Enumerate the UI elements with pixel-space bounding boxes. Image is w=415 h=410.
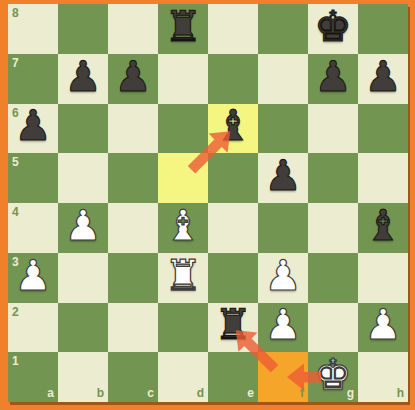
square-e7[interactable] <box>208 54 258 104</box>
square-a5[interactable]: 5 <box>8 153 58 203</box>
square-c2[interactable] <box>108 303 158 353</box>
square-g4[interactable] <box>308 203 358 253</box>
piece-white-bishop-d4[interactable]: ♝ <box>164 205 202 247</box>
piece-white-pawn-f2[interactable]: ♟ <box>264 304 302 346</box>
square-g6[interactable] <box>308 104 358 154</box>
coord-file-e: e <box>247 387 254 399</box>
square-c6[interactable] <box>108 104 158 154</box>
square-b5[interactable] <box>58 153 108 203</box>
square-a1[interactable]: 1a <box>8 352 58 402</box>
square-h7[interactable]: ♟ <box>358 54 408 104</box>
square-b2[interactable] <box>58 303 108 353</box>
chess-board: 8♜♚7♟♟♟♟6♟♝5♟4♟♝♝3♟♜♟2♜♟♟1abcdefg♚h <box>8 4 408 402</box>
square-c5[interactable] <box>108 153 158 203</box>
square-h2[interactable]: ♟ <box>358 303 408 353</box>
square-a2[interactable]: 2 <box>8 303 58 353</box>
coord-file-h: h <box>397 387 404 399</box>
piece-black-pawn-b7[interactable]: ♟ <box>64 56 102 98</box>
square-e1[interactable]: e <box>208 352 258 402</box>
square-f4[interactable] <box>258 203 308 253</box>
coord-rank-8: 8 <box>12 7 19 19</box>
square-b6[interactable] <box>58 104 108 154</box>
square-e8[interactable] <box>208 4 258 54</box>
square-h5[interactable] <box>358 153 408 203</box>
square-f3[interactable]: ♟ <box>258 253 308 303</box>
square-d3[interactable]: ♜ <box>158 253 208 303</box>
square-g5[interactable] <box>308 153 358 203</box>
square-e3[interactable] <box>208 253 258 303</box>
square-h1[interactable]: h <box>358 352 408 402</box>
square-a7[interactable]: 7 <box>8 54 58 104</box>
piece-black-pawn-h7[interactable]: ♟ <box>364 56 402 98</box>
piece-white-king-g1[interactable]: ♚ <box>314 354 352 396</box>
square-g2[interactable] <box>308 303 358 353</box>
square-d4[interactable]: ♝ <box>158 203 208 253</box>
coord-rank-4: 4 <box>12 206 19 218</box>
square-d5[interactable] <box>158 153 208 203</box>
square-f6[interactable] <box>258 104 308 154</box>
square-h6[interactable] <box>358 104 408 154</box>
square-a8[interactable]: 8 <box>8 4 58 54</box>
square-b1[interactable]: b <box>58 352 108 402</box>
square-e6[interactable]: ♝ <box>208 104 258 154</box>
coord-rank-2: 2 <box>12 306 19 318</box>
coord-file-d: d <box>197 387 204 399</box>
square-b7[interactable]: ♟ <box>58 54 108 104</box>
piece-white-pawn-h2[interactable]: ♟ <box>364 304 402 346</box>
square-c1[interactable]: c <box>108 352 158 402</box>
square-g8[interactable]: ♚ <box>308 4 358 54</box>
piece-black-rook-d8[interactable]: ♜ <box>164 6 202 48</box>
square-a3[interactable]: 3♟ <box>8 253 58 303</box>
piece-black-bishop-h4[interactable]: ♝ <box>364 205 402 247</box>
coord-file-a: a <box>47 387 54 399</box>
square-e5[interactable] <box>208 153 258 203</box>
square-d8[interactable]: ♜ <box>158 4 208 54</box>
square-f1[interactable]: f <box>258 352 308 402</box>
square-b3[interactable] <box>58 253 108 303</box>
square-f5[interactable]: ♟ <box>258 153 308 203</box>
piece-white-rook-d3[interactable]: ♜ <box>164 255 202 297</box>
piece-black-king-g8[interactable]: ♚ <box>314 6 352 48</box>
square-a6[interactable]: 6♟ <box>8 104 58 154</box>
square-b4[interactable]: ♟ <box>58 203 108 253</box>
coord-rank-5: 5 <box>12 156 19 168</box>
piece-black-pawn-a6[interactable]: ♟ <box>14 105 52 147</box>
square-h8[interactable] <box>358 4 408 54</box>
square-h4[interactable]: ♝ <box>358 203 408 253</box>
square-c8[interactable] <box>108 4 158 54</box>
coord-file-b: b <box>97 387 104 399</box>
square-b8[interactable] <box>58 4 108 54</box>
square-d7[interactable] <box>158 54 208 104</box>
piece-black-pawn-g7[interactable]: ♟ <box>314 56 352 98</box>
square-c3[interactable] <box>108 253 158 303</box>
square-e2[interactable]: ♜ <box>208 303 258 353</box>
square-g3[interactable] <box>308 253 358 303</box>
square-f8[interactable] <box>258 4 308 54</box>
board-frame: 8♜♚7♟♟♟♟6♟♝5♟4♟♝♝3♟♜♟2♜♟♟1abcdefg♚h <box>0 0 415 410</box>
square-f2[interactable]: ♟ <box>258 303 308 353</box>
piece-white-pawn-b4[interactable]: ♟ <box>64 205 102 247</box>
piece-black-pawn-c7[interactable]: ♟ <box>114 56 152 98</box>
piece-black-rook-e2[interactable]: ♜ <box>214 304 252 346</box>
piece-white-pawn-f3[interactable]: ♟ <box>264 255 302 297</box>
piece-black-pawn-f5[interactable]: ♟ <box>264 155 302 197</box>
square-h3[interactable] <box>358 253 408 303</box>
square-d2[interactable] <box>158 303 208 353</box>
square-g1[interactable]: g♚ <box>308 352 358 402</box>
coord-rank-7: 7 <box>12 57 19 69</box>
coord-rank-1: 1 <box>12 355 19 367</box>
square-c4[interactable] <box>108 203 158 253</box>
piece-black-bishop-e6[interactable]: ♝ <box>214 105 252 147</box>
square-d1[interactable]: d <box>158 352 208 402</box>
piece-white-pawn-a3[interactable]: ♟ <box>14 255 52 297</box>
square-f7[interactable] <box>258 54 308 104</box>
square-a4[interactable]: 4 <box>8 203 58 253</box>
square-e4[interactable] <box>208 203 258 253</box>
coord-file-c: c <box>147 387 154 399</box>
square-c7[interactable]: ♟ <box>108 54 158 104</box>
square-d6[interactable] <box>158 104 208 154</box>
square-g7[interactable]: ♟ <box>308 54 358 104</box>
coord-file-f: f <box>300 387 304 399</box>
